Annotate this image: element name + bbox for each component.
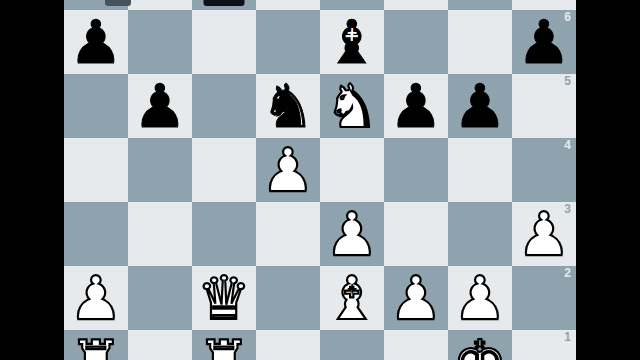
square-f5[interactable]: ♟ <box>384 74 448 138</box>
square-b3[interactable] <box>128 202 192 266</box>
square-f6[interactable] <box>384 10 448 74</box>
piece-white-pawn-e3[interactable]: ♟ <box>320 202 384 266</box>
square-h5[interactable]: 5 <box>512 74 576 138</box>
square-b6[interactable] <box>128 10 192 74</box>
piece-white-queen-c2[interactable]: ♛ <box>192 266 256 330</box>
square-d7[interactable] <box>256 0 320 10</box>
square-c2[interactable]: ♛ <box>192 266 256 330</box>
square-h6[interactable]: 6♟ <box>512 10 576 74</box>
square-e1[interactable] <box>320 330 384 360</box>
square-e2[interactable]: ♝+ <box>320 266 384 330</box>
square-d4[interactable]: ♟ <box>256 138 320 202</box>
bishop-cross-icon: + <box>346 281 358 295</box>
square-c3[interactable] <box>192 202 256 266</box>
square-h1[interactable]: 1 <box>512 330 576 360</box>
square-c4[interactable] <box>192 138 256 202</box>
square-a5[interactable] <box>64 74 128 138</box>
piece-black-pawn-b5[interactable]: ♟ <box>128 74 192 138</box>
square-b4[interactable] <box>128 138 192 202</box>
square-d5[interactable]: ♞ <box>256 74 320 138</box>
piece-black-pawn-f5[interactable]: ♟ <box>384 74 448 138</box>
square-b5[interactable]: ♟ <box>128 74 192 138</box>
square-f4[interactable] <box>384 138 448 202</box>
piece-black-pawn-h6[interactable]: ♟ <box>512 10 576 74</box>
square-b7[interactable] <box>128 0 192 10</box>
square-a6[interactable]: ♟ <box>64 10 128 74</box>
piece-black-pawn-g5[interactable]: ♟ <box>448 74 512 138</box>
letterbox-right <box>576 0 640 360</box>
rank-coordinate-4: 4 <box>564 138 571 152</box>
square-g3[interactable] <box>448 202 512 266</box>
square-c1[interactable]: ♜ <box>192 330 256 360</box>
piece-black-pawn-a6[interactable]: ♟ <box>64 10 128 74</box>
square-b2[interactable] <box>128 266 192 330</box>
piece-white-knight-e5[interactable]: ♞ <box>320 74 384 138</box>
square-a1[interactable]: ♜ <box>64 330 128 360</box>
square-f7[interactable] <box>384 0 448 10</box>
square-d2[interactable] <box>256 266 320 330</box>
partial-piece-base-c7 <box>204 0 245 6</box>
piece-white-pawn-g2[interactable]: ♟ <box>448 266 512 330</box>
square-g4[interactable] <box>448 138 512 202</box>
piece-white-pawn-d4[interactable]: ♟ <box>256 138 320 202</box>
partial-piece-base-a7 <box>105 0 131 6</box>
piece-white-rook-c1[interactable]: ♜ <box>192 330 256 360</box>
square-g6[interactable] <box>448 10 512 74</box>
square-f1[interactable] <box>384 330 448 360</box>
rank-coordinate-1: 1 <box>564 330 571 344</box>
square-a2[interactable]: ♟ <box>64 266 128 330</box>
piece-white-king-g1[interactable]: ♚ <box>448 330 512 360</box>
square-c7[interactable] <box>192 0 256 10</box>
square-c5[interactable] <box>192 74 256 138</box>
square-b1[interactable] <box>128 330 192 360</box>
square-e5[interactable]: ♞ <box>320 74 384 138</box>
piece-white-pawn-h3[interactable]: ♟ <box>512 202 576 266</box>
square-c6[interactable] <box>192 10 256 74</box>
piece-white-rook-a1[interactable]: ♜ <box>64 330 128 360</box>
square-e3[interactable]: ♟ <box>320 202 384 266</box>
square-h2[interactable]: 2 <box>512 266 576 330</box>
square-f3[interactable] <box>384 202 448 266</box>
square-e4[interactable] <box>320 138 384 202</box>
square-d3[interactable] <box>256 202 320 266</box>
piece-white-pawn-f2[interactable]: ♟ <box>384 266 448 330</box>
square-h4[interactable]: 4 <box>512 138 576 202</box>
square-g1[interactable]: ♚ <box>448 330 512 360</box>
piece-white-pawn-a2[interactable]: ♟ <box>64 266 128 330</box>
chess-board: ♟♝+6♟♟♞♞♟♟5♟4♟3♟♟♛♝+♟♟2♜♜♚1 <box>64 0 576 360</box>
square-e6[interactable]: ♝+ <box>320 10 384 74</box>
square-d6[interactable] <box>256 10 320 74</box>
square-g2[interactable]: ♟ <box>448 266 512 330</box>
square-d1[interactable] <box>256 330 320 360</box>
square-g7[interactable] <box>448 0 512 10</box>
piece-black-bishop-e6[interactable]: ♝+ <box>320 10 384 74</box>
bishop-cross-icon: + <box>346 25 358 39</box>
piece-white-bishop-e2[interactable]: ♝+ <box>320 266 384 330</box>
piece-black-knight-d5[interactable]: ♞ <box>256 74 320 138</box>
square-a4[interactable] <box>64 138 128 202</box>
square-h3[interactable]: 3♟ <box>512 202 576 266</box>
square-g5[interactable]: ♟ <box>448 74 512 138</box>
letterbox-left <box>0 0 64 360</box>
square-a3[interactable] <box>64 202 128 266</box>
square-f2[interactable]: ♟ <box>384 266 448 330</box>
